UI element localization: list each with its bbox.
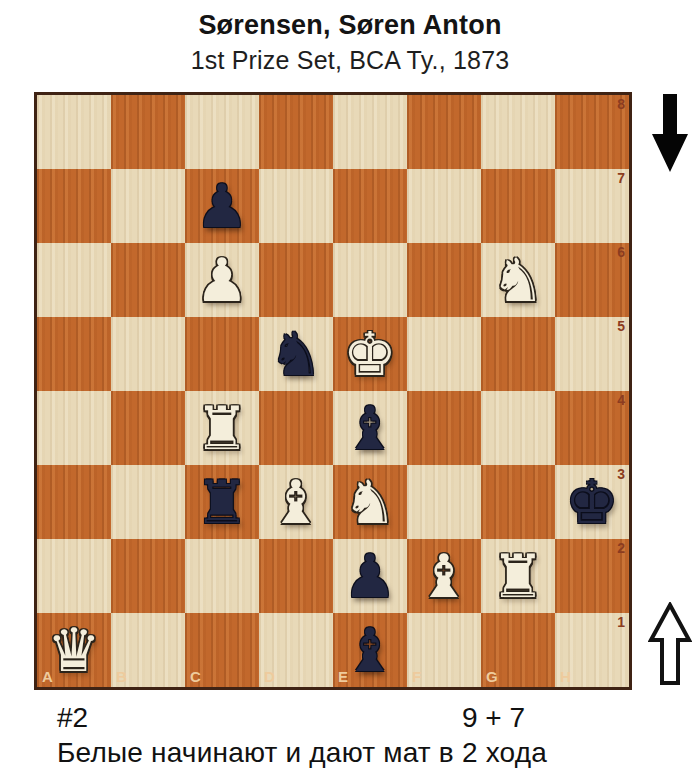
square-b3[interactable] [111,465,185,539]
square-e2[interactable]: ♟ [333,539,407,613]
rank-label-5: 5 [617,318,625,334]
piece-white-king[interactable]: ♚ [343,317,397,391]
square-c2[interactable] [185,539,259,613]
file-label-b: B [116,668,127,685]
rank-label-8: 8 [617,96,625,112]
square-c5[interactable] [185,317,259,391]
piece-white-queen[interactable]: ♛ [47,613,101,687]
square-d2[interactable] [259,539,333,613]
caption: #2 9 + 7 Белые начинают и дают мат в 2 х… [0,690,700,780]
square-e3[interactable]: ♞ [333,465,407,539]
piece-white-rook[interactable]: ♜ [195,391,249,465]
file-label-c: C [190,668,201,685]
square-d4[interactable] [259,391,333,465]
square-h7[interactable]: 7 [555,169,629,243]
square-f7[interactable] [407,169,481,243]
square-b6[interactable] [111,243,185,317]
move-indicator-column [647,92,693,690]
white-up-arrow-icon [648,602,692,686]
square-f5[interactable] [407,317,481,391]
instruction-text: Белые начинают и дают мат в 2 хода [57,737,547,769]
page: Sørensen, Søren Anton 1st Prize Set, BCA… [0,0,700,782]
board-row: 8♟7♟♞6♞♚5♜♝4♜♝♞♚3♟♝♜2♛ABCD♝EFG1H [34,92,700,690]
square-h5[interactable]: 5 [555,317,629,391]
square-c3[interactable]: ♜ [185,465,259,539]
file-label-g: G [486,668,498,685]
square-h4[interactable]: 4 [555,391,629,465]
square-a1[interactable]: ♛A [37,613,111,687]
square-g6[interactable]: ♞ [481,243,555,317]
square-b7[interactable] [111,169,185,243]
rank-label-2: 2 [617,540,625,556]
header: Sørensen, Søren Anton 1st Prize Set, BCA… [0,0,700,92]
square-a5[interactable] [37,317,111,391]
piece-white-bishop[interactable]: ♝ [269,465,323,539]
piece-black-pawn[interactable]: ♟ [343,539,397,613]
square-d3[interactable]: ♝ [259,465,333,539]
black-down-arrow-icon [651,94,689,172]
square-f8[interactable] [407,95,481,169]
square-a6[interactable] [37,243,111,317]
rank-label-3: 3 [617,466,625,482]
square-c1[interactable]: C [185,613,259,687]
square-f1[interactable]: F [407,613,481,687]
square-a7[interactable] [37,169,111,243]
square-d5[interactable]: ♞ [259,317,333,391]
square-g7[interactable] [481,169,555,243]
piece-black-knight[interactable]: ♞ [269,317,323,391]
square-e7[interactable] [333,169,407,243]
square-d1[interactable]: D [259,613,333,687]
square-e4[interactable]: ♝ [333,391,407,465]
square-b5[interactable] [111,317,185,391]
piece-white-knight[interactable]: ♞ [343,465,397,539]
square-g1[interactable]: G [481,613,555,687]
square-b4[interactable] [111,391,185,465]
square-a8[interactable] [37,95,111,169]
composer-title: Sørensen, Søren Anton [0,10,700,41]
square-d7[interactable] [259,169,333,243]
square-b2[interactable] [111,539,185,613]
square-h1[interactable]: 1H [555,613,629,687]
square-c7[interactable]: ♟ [185,169,259,243]
square-g3[interactable] [481,465,555,539]
piece-black-king[interactable]: ♚ [565,465,619,539]
square-d6[interactable] [259,243,333,317]
file-label-d: D [264,668,275,685]
square-e8[interactable] [333,95,407,169]
rank-label-7: 7 [617,170,625,186]
square-a3[interactable] [37,465,111,539]
square-g5[interactable] [481,317,555,391]
rank-label-1: 1 [617,614,625,630]
square-e6[interactable] [333,243,407,317]
piece-black-pawn[interactable]: ♟ [195,169,249,243]
material-count: 9 + 7 [462,702,525,734]
square-h2[interactable]: 2 [555,539,629,613]
square-g4[interactable] [481,391,555,465]
rank-label-6: 6 [617,244,625,260]
source-subtitle: 1st Prize Set, BCA Ty., 1873 [0,46,700,75]
piece-white-bishop[interactable]: ♝ [417,539,471,613]
square-a4[interactable] [37,391,111,465]
piece-black-rook[interactable]: ♜ [195,465,249,539]
square-b8[interactable] [111,95,185,169]
square-b1[interactable]: B [111,613,185,687]
piece-white-rook[interactable]: ♜ [491,539,545,613]
square-g2[interactable]: ♜ [481,539,555,613]
file-label-e: E [338,668,348,685]
file-label-h: H [560,668,571,685]
square-c6[interactable]: ♟ [185,243,259,317]
square-h8[interactable]: 8 [555,95,629,169]
square-h6[interactable]: 6 [555,243,629,317]
square-e1[interactable]: ♝E [333,613,407,687]
piece-black-bishop[interactable]: ♝ [343,613,397,687]
square-f4[interactable] [407,391,481,465]
square-a2[interactable] [37,539,111,613]
square-h3[interactable]: ♚3 [555,465,629,539]
piece-white-knight[interactable]: ♞ [491,243,545,317]
piece-black-bishop[interactable]: ♝ [343,391,397,465]
square-f6[interactable] [407,243,481,317]
square-f3[interactable] [407,465,481,539]
square-c4[interactable]: ♜ [185,391,259,465]
square-e5[interactable]: ♚ [333,317,407,391]
stipulation-label: #2 [57,702,88,734]
square-d8[interactable] [259,95,333,169]
file-label-a: A [42,668,53,685]
chess-board: 8♟7♟♞6♞♚5♜♝4♜♝♞♚3♟♝♜2♛ABCD♝EFG1H [34,92,632,690]
file-label-f: F [412,668,421,685]
rank-label-4: 4 [617,392,625,408]
square-g8[interactable] [481,95,555,169]
piece-white-pawn[interactable]: ♟ [195,243,249,317]
square-c8[interactable] [185,95,259,169]
square-f2[interactable]: ♝ [407,539,481,613]
